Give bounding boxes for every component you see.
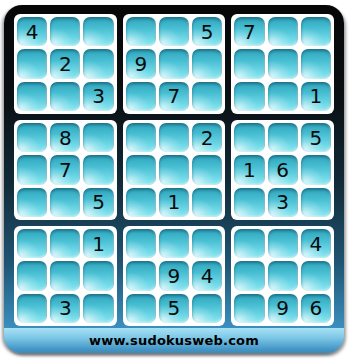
footer-band: www.sudokusweb.com [4,328,344,353]
sudoku-cell-r9c6[interactable] [192,294,222,323]
sudoku-box-1: 423 [14,14,117,114]
sudoku-cell-r9c8[interactable]: 9 [268,294,298,323]
sudoku-cell-r4c8[interactable] [268,123,298,152]
sudoku-cell-r8c6[interactable]: 4 [192,261,222,290]
sudoku-cell-r2c8[interactable] [268,49,298,78]
sudoku-cell-r1c4[interactable] [126,17,156,46]
sudoku-cell-r7c1[interactable] [17,229,47,258]
sudoku-cell-r7c8[interactable] [268,229,298,258]
sudoku-cell-r6c7[interactable] [234,188,264,217]
sudoku-box-6: 5163 [231,120,334,220]
sudoku-cell-r8c2[interactable] [50,261,80,290]
sudoku-cell-r2c7[interactable] [234,49,264,78]
sudoku-cell-r7c9[interactable]: 4 [301,229,331,258]
sudoku-box-2: 597 [123,14,226,114]
sudoku-cell-r9c9[interactable]: 6 [301,294,331,323]
sudoku-cell-r8c8[interactable] [268,261,298,290]
sudoku-cell-r3c2[interactable] [50,82,80,111]
sudoku-cell-r6c1[interactable] [17,188,47,217]
sudoku-cell-r4c7[interactable] [234,123,264,152]
board-frame: 4235977187521516313945496 www.sudokusweb… [4,5,344,353]
sudoku-box-5: 21 [123,120,226,220]
sudoku-cell-r3c5[interactable]: 7 [159,82,189,111]
sudoku-cell-r1c5[interactable] [159,17,189,46]
sudoku-board: 4235977187521516313945496 [14,14,334,326]
sudoku-cell-r1c9[interactable] [301,17,331,46]
sudoku-box-7: 13 [14,226,117,326]
sudoku-cell-r5c4[interactable] [126,155,156,184]
sudoku-cell-r4c6[interactable]: 2 [192,123,222,152]
sudoku-cell-r4c3[interactable] [83,123,113,152]
sudoku-cell-r6c8[interactable]: 3 [268,188,298,217]
sudoku-cell-r9c2[interactable]: 3 [50,294,80,323]
sudoku-cell-r4c9[interactable]: 5 [301,123,331,152]
sudoku-cell-r6c2[interactable] [50,188,80,217]
sudoku-cell-r2c6[interactable] [192,49,222,78]
sudoku-cell-r5c3[interactable] [83,155,113,184]
sudoku-cell-r2c3[interactable] [83,49,113,78]
sudoku-cell-r3c6[interactable] [192,82,222,111]
sudoku-cell-r3c7[interactable] [234,82,264,111]
sudoku-cell-r2c5[interactable] [159,49,189,78]
sudoku-cell-r7c4[interactable] [126,229,156,258]
sudoku-cell-r5c6[interactable] [192,155,222,184]
sudoku-cell-r7c2[interactable] [50,229,80,258]
sudoku-cell-r1c6[interactable]: 5 [192,17,222,46]
sudoku-cell-r9c1[interactable] [17,294,47,323]
sudoku-cell-r4c2[interactable]: 8 [50,123,80,152]
sudoku-cell-r9c7[interactable] [234,294,264,323]
sudoku-cell-r4c5[interactable] [159,123,189,152]
sudoku-cell-r5c9[interactable] [301,155,331,184]
sudoku-cell-r6c4[interactable] [126,188,156,217]
sudoku-box-8: 945 [123,226,226,326]
sudoku-cell-r4c1[interactable] [17,123,47,152]
sudoku-cell-r6c5[interactable]: 1 [159,188,189,217]
sudoku-cell-r6c3[interactable]: 5 [83,188,113,217]
sudoku-cell-r8c7[interactable] [234,261,264,290]
sudoku-cell-r2c2[interactable]: 2 [50,49,80,78]
sudoku-cell-r3c3[interactable]: 3 [83,82,113,111]
sudoku-cell-r3c4[interactable] [126,82,156,111]
sudoku-cell-r1c1[interactable]: 4 [17,17,47,46]
sudoku-cell-r1c2[interactable] [50,17,80,46]
sudoku-cell-r2c9[interactable] [301,49,331,78]
sudoku-cell-r4c4[interactable] [126,123,156,152]
sudoku-cell-r1c8[interactable] [268,17,298,46]
sudoku-box-4: 875 [14,120,117,220]
sudoku-cell-r7c3[interactable]: 1 [83,229,113,258]
sudoku-cell-r5c5[interactable] [159,155,189,184]
sudoku-cell-r9c4[interactable] [126,294,156,323]
sudoku-cell-r5c2[interactable]: 7 [50,155,80,184]
site-url-link[interactable]: www.sudokusweb.com [89,333,259,348]
sudoku-cell-r1c7[interactable]: 7 [234,17,264,46]
sudoku-cell-r2c1[interactable] [17,49,47,78]
sudoku-cell-r8c9[interactable] [301,261,331,290]
sudoku-box-9: 496 [231,226,334,326]
sudoku-cell-r5c8[interactable]: 6 [268,155,298,184]
sudoku-cell-r6c9[interactable] [301,188,331,217]
sudoku-cell-r5c1[interactable] [17,155,47,184]
sudoku-cell-r7c7[interactable] [234,229,264,258]
sudoku-cell-r9c3[interactable] [83,294,113,323]
sudoku-cell-r5c7[interactable]: 1 [234,155,264,184]
sudoku-cell-r8c1[interactable] [17,261,47,290]
sudoku-cell-r1c3[interactable] [83,17,113,46]
page: 4235977187521516313945496 www.sudokusweb… [0,0,350,360]
sudoku-cell-r2c4[interactable]: 9 [126,49,156,78]
sudoku-cell-r8c4[interactable] [126,261,156,290]
sudoku-cell-r3c8[interactable] [268,82,298,111]
sudoku-cell-r6c6[interactable] [192,188,222,217]
sudoku-cell-r9c5[interactable]: 5 [159,294,189,323]
sudoku-cell-r8c3[interactable] [83,261,113,290]
sudoku-box-3: 71 [231,14,334,114]
sudoku-cell-r3c1[interactable] [17,82,47,111]
sudoku-cell-r3c9[interactable]: 1 [301,82,331,111]
sudoku-cell-r8c5[interactable]: 9 [159,261,189,290]
sudoku-cell-r7c6[interactable] [192,229,222,258]
sudoku-cell-r7c5[interactable] [159,229,189,258]
